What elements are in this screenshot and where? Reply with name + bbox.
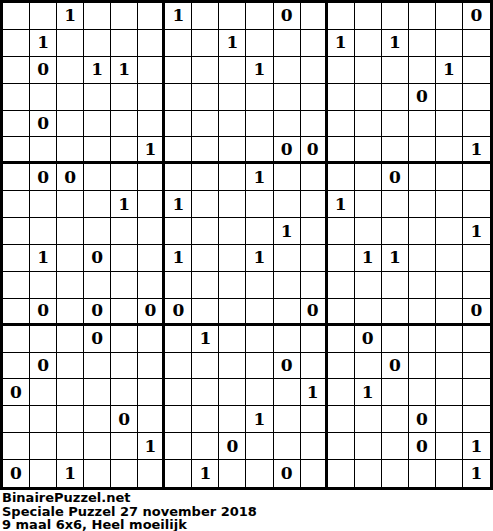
cell-r2-c12[interactable]: [328, 57, 355, 84]
cell-r4-c16[interactable]: [436, 111, 463, 138]
cell-r7-c13[interactable]: [355, 191, 382, 218]
cell-r16-c3[interactable]: [84, 433, 111, 460]
cell-r6-c15[interactable]: [409, 164, 436, 191]
cell-r13-c10-given: 0: [274, 353, 301, 380]
cell-r0-c15[interactable]: [409, 3, 436, 30]
cell-r12-c8[interactable]: [219, 326, 246, 353]
cell-r4-c7[interactable]: [192, 111, 219, 138]
cell-r7-c7[interactable]: [192, 191, 219, 218]
cell-r6-c16[interactable]: [436, 164, 463, 191]
cell-r10-c16[interactable]: [436, 272, 463, 299]
cell-r7-c15[interactable]: [409, 191, 436, 218]
cell-r8-c11[interactable]: [301, 218, 328, 245]
cell-r2-c14[interactable]: [382, 57, 409, 84]
cell-r10-c10[interactable]: [274, 272, 301, 299]
cell-r5-c3[interactable]: [84, 137, 111, 164]
cell-r15-c12[interactable]: [328, 406, 355, 433]
cell-r1-c5[interactable]: [138, 30, 165, 57]
cell-r15-c10[interactable]: [274, 406, 301, 433]
cell-r13-c13[interactable]: [355, 353, 382, 380]
cell-r16-c0[interactable]: [3, 433, 30, 460]
cell-r4-c5[interactable]: [138, 111, 165, 138]
cell-r11-c16[interactable]: [436, 299, 463, 326]
cell-r12-c7-given: 1: [192, 326, 219, 353]
cell-r11-c11-given: 0: [301, 299, 328, 326]
cell-r8-c4[interactable]: [111, 218, 138, 245]
cell-r15-c11[interactable]: [301, 406, 328, 433]
cell-r14-c11-given: 1: [301, 379, 328, 406]
cell-r14-c7[interactable]: [192, 379, 219, 406]
cell-r13-c2[interactable]: [57, 353, 84, 380]
cell-r14-c15[interactable]: [409, 379, 436, 406]
cell-r12-c13-given: 0: [355, 326, 382, 353]
cell-r2-c4-given: 1: [111, 57, 138, 84]
cell-r13-c15[interactable]: [409, 353, 436, 380]
cell-r17-c3[interactable]: [84, 460, 111, 487]
cell-r10-c6[interactable]: [165, 272, 192, 299]
cell-r14-c2[interactable]: [57, 379, 84, 406]
cell-r5-c12[interactable]: [328, 137, 355, 164]
cell-r15-c14[interactable]: [382, 406, 409, 433]
cell-r2-c2[interactable]: [57, 57, 84, 84]
cell-r13-c11[interactable]: [301, 353, 328, 380]
cell-r16-c4[interactable]: [111, 433, 138, 460]
cell-r13-c7[interactable]: [192, 353, 219, 380]
cell-r10-c1[interactable]: [30, 272, 57, 299]
cell-r14-c16[interactable]: [436, 379, 463, 406]
cell-r7-c5[interactable]: [138, 191, 165, 218]
cell-r12-c16[interactable]: [436, 326, 463, 353]
cell-r11-c2[interactable]: [57, 299, 84, 326]
cell-r16-c12[interactable]: [328, 433, 355, 460]
cell-r11-c1-given: 0: [30, 299, 57, 326]
cell-r4-c11[interactable]: [301, 111, 328, 138]
cell-r14-c4[interactable]: [111, 379, 138, 406]
cell-r3-c5[interactable]: [138, 84, 165, 111]
cell-r12-c17[interactable]: [463, 326, 490, 353]
cell-r8-c5[interactable]: [138, 218, 165, 245]
cell-r16-c14[interactable]: [382, 433, 409, 460]
cell-r0-c6-given: 1: [165, 3, 192, 30]
cell-r5-c0[interactable]: [3, 137, 30, 164]
cell-r1-c9[interactable]: [246, 30, 273, 57]
cell-r11-c9[interactable]: [246, 299, 273, 326]
cell-r15-c4-given: 0: [111, 406, 138, 433]
cell-r11-c0[interactable]: [3, 299, 30, 326]
cell-r13-c16[interactable]: [436, 353, 463, 380]
cell-r11-c8[interactable]: [219, 299, 246, 326]
cell-r3-c1[interactable]: [30, 84, 57, 111]
cell-r9-c4[interactable]: [111, 245, 138, 272]
cell-r7-c16[interactable]: [436, 191, 463, 218]
cell-r7-c0[interactable]: [3, 191, 30, 218]
cell-r1-c4[interactable]: [111, 30, 138, 57]
cell-r3-c13[interactable]: [355, 84, 382, 111]
cell-r11-c14[interactable]: [382, 299, 409, 326]
cell-r8-c10-given: 1: [274, 218, 301, 245]
cell-r2-c17[interactable]: [463, 57, 490, 84]
cell-r17-c14[interactable]: [382, 460, 409, 487]
cell-r9-c7[interactable]: [192, 245, 219, 272]
cell-r5-c4[interactable]: [111, 137, 138, 164]
cell-r2-c8[interactable]: [219, 57, 246, 84]
cell-r12-c12[interactable]: [328, 326, 355, 353]
cell-r6-c3[interactable]: [84, 164, 111, 191]
cell-r4-c2[interactable]: [57, 111, 84, 138]
cell-r0-c1[interactable]: [30, 3, 57, 30]
cell-r16-c7[interactable]: [192, 433, 219, 460]
cell-r0-c16[interactable]: [436, 3, 463, 30]
cell-r12-c6[interactable]: [165, 326, 192, 353]
cell-r8-c12[interactable]: [328, 218, 355, 245]
cell-r14-c17[interactable]: [463, 379, 490, 406]
cell-r9-c14-given: 1: [382, 245, 409, 272]
cell-r2-c1-given: 0: [30, 57, 57, 84]
cell-r8-c7[interactable]: [192, 218, 219, 245]
cell-r9-c12[interactable]: [328, 245, 355, 272]
cell-r13-c12[interactable]: [328, 353, 355, 380]
cell-r4-c1-given: 0: [30, 111, 57, 138]
cell-r12-c2[interactable]: [57, 326, 84, 353]
cell-r17-c12[interactable]: [328, 460, 355, 487]
cell-r6-c4[interactable]: [111, 164, 138, 191]
cell-r3-c12[interactable]: [328, 84, 355, 111]
cell-r6-c1-given: 0: [30, 164, 57, 191]
cell-r0-c0[interactable]: [3, 3, 30, 30]
cell-r7-c14[interactable]: [382, 191, 409, 218]
cell-r15-c0[interactable]: [3, 406, 30, 433]
cell-r6-c2-given: 0: [57, 164, 84, 191]
cell-r17-c5[interactable]: [138, 460, 165, 487]
cell-r15-c6[interactable]: [165, 406, 192, 433]
cell-r4-c8[interactable]: [219, 111, 246, 138]
cell-r4-c3[interactable]: [84, 111, 111, 138]
cell-r16-c6[interactable]: [165, 433, 192, 460]
cell-r8-c13[interactable]: [355, 218, 382, 245]
cell-r5-c14[interactable]: [382, 137, 409, 164]
cell-r3-c14[interactable]: [382, 84, 409, 111]
cell-r15-c2[interactable]: [57, 406, 84, 433]
cell-r1-c3[interactable]: [84, 30, 111, 57]
cell-r3-c9[interactable]: [246, 84, 273, 111]
cell-r1-c6[interactable]: [165, 30, 192, 57]
cell-r11-c3-given: 0: [84, 299, 111, 326]
cell-r10-c5[interactable]: [138, 272, 165, 299]
cell-r16-c11[interactable]: [301, 433, 328, 460]
cell-r7-c2[interactable]: [57, 191, 84, 218]
cell-r1-c12-given: 1: [328, 30, 355, 57]
cell-r1-c7[interactable]: [192, 30, 219, 57]
cell-r0-c4[interactable]: [111, 3, 138, 30]
cell-r17-c15[interactable]: [409, 460, 436, 487]
cell-r1-c13[interactable]: [355, 30, 382, 57]
cell-r17-c4[interactable]: [111, 460, 138, 487]
cell-r10-c9[interactable]: [246, 272, 273, 299]
cell-r4-c9[interactable]: [246, 111, 273, 138]
cell-r13-c5[interactable]: [138, 353, 165, 380]
cell-r8-c17-given: 1: [463, 218, 490, 245]
cell-r1-c0[interactable]: [3, 30, 30, 57]
cell-r7-c4-given: 1: [111, 191, 138, 218]
cell-r12-c1[interactable]: [30, 326, 57, 353]
cell-r3-c8[interactable]: [219, 84, 246, 111]
cell-r15-c7[interactable]: [192, 406, 219, 433]
cell-r15-c15-given: 0: [409, 406, 436, 433]
cell-r16-c8-given: 0: [219, 433, 246, 460]
cell-r9-c10[interactable]: [274, 245, 301, 272]
cell-r6-c13[interactable]: [355, 164, 382, 191]
cell-r8-c3[interactable]: [84, 218, 111, 245]
cell-r5-c8[interactable]: [219, 137, 246, 164]
cell-r1-c11[interactable]: [301, 30, 328, 57]
cell-r7-c11[interactable]: [301, 191, 328, 218]
cell-r4-c17[interactable]: [463, 111, 490, 138]
cell-r13-c0[interactable]: [3, 353, 30, 380]
cell-r2-c10[interactable]: [274, 57, 301, 84]
cell-r17-c13[interactable]: [355, 460, 382, 487]
cell-r5-c15[interactable]: [409, 137, 436, 164]
cell-r15-c16[interactable]: [436, 406, 463, 433]
cell-r0-c12[interactable]: [328, 3, 355, 30]
cell-r3-c3[interactable]: [84, 84, 111, 111]
puzzle-subtitle: Speciale Puzzel 27 november 2018: [2, 505, 493, 519]
cell-r0-c9[interactable]: [246, 3, 273, 30]
cell-r3-c17[interactable]: [463, 84, 490, 111]
cell-r14-c9[interactable]: [246, 379, 273, 406]
cell-r0-c14[interactable]: [382, 3, 409, 30]
cell-r2-c7[interactable]: [192, 57, 219, 84]
cell-r14-c3[interactable]: [84, 379, 111, 406]
cell-r11-c7[interactable]: [192, 299, 219, 326]
cell-r11-c12[interactable]: [328, 299, 355, 326]
cell-r8-c2[interactable]: [57, 218, 84, 245]
cell-r7-c9[interactable]: [246, 191, 273, 218]
cell-r3-c6[interactable]: [165, 84, 192, 111]
cell-r12-c4[interactable]: [111, 326, 138, 353]
cell-r10-c15[interactable]: [409, 272, 436, 299]
cell-r10-c4[interactable]: [111, 272, 138, 299]
cell-r10-c2[interactable]: [57, 272, 84, 299]
cell-r16-c2[interactable]: [57, 433, 84, 460]
cell-r15-c8[interactable]: [219, 406, 246, 433]
cell-r4-c0[interactable]: [3, 111, 30, 138]
cell-r3-c2[interactable]: [57, 84, 84, 111]
cell-r8-c0[interactable]: [3, 218, 30, 245]
cell-r10-c11[interactable]: [301, 272, 328, 299]
cell-r13-c3[interactable]: [84, 353, 111, 380]
cell-r10-c8[interactable]: [219, 272, 246, 299]
cell-r12-c0[interactable]: [3, 326, 30, 353]
cell-r1-c14-given: 1: [382, 30, 409, 57]
cell-r11-c6-given: 0: [165, 299, 192, 326]
cell-r9-c16[interactable]: [436, 245, 463, 272]
cell-r5-c6[interactable]: [165, 137, 192, 164]
cell-r1-c16[interactable]: [436, 30, 463, 57]
cell-r2-c15[interactable]: [409, 57, 436, 84]
cell-r12-c15[interactable]: [409, 326, 436, 353]
cell-r9-c15[interactable]: [409, 245, 436, 272]
cell-r1-c15[interactable]: [409, 30, 436, 57]
cell-r12-c10[interactable]: [274, 326, 301, 353]
cell-r6-c17[interactable]: [463, 164, 490, 191]
cell-r8-c1[interactable]: [30, 218, 57, 245]
cell-r9-c11[interactable]: [301, 245, 328, 272]
cell-r14-c1[interactable]: [30, 379, 57, 406]
cell-r0-c3[interactable]: [84, 3, 111, 30]
cell-r15-c5[interactable]: [138, 406, 165, 433]
cell-r13-c6[interactable]: [165, 353, 192, 380]
cell-r16-c9[interactable]: [246, 433, 273, 460]
cell-r6-c8[interactable]: [219, 164, 246, 191]
cell-r13-c4[interactable]: [111, 353, 138, 380]
cell-r8-c14[interactable]: [382, 218, 409, 245]
cell-r6-c10[interactable]: [274, 164, 301, 191]
cell-r11-c4[interactable]: [111, 299, 138, 326]
cell-r3-c7[interactable]: [192, 84, 219, 111]
cell-r14-c5[interactable]: [138, 379, 165, 406]
cell-r8-c16[interactable]: [436, 218, 463, 245]
cell-r15-c17[interactable]: [463, 406, 490, 433]
cell-r7-c6-given: 1: [165, 191, 192, 218]
cell-r8-c9[interactable]: [246, 218, 273, 245]
cell-r4-c4[interactable]: [111, 111, 138, 138]
cell-r9-c8[interactable]: [219, 245, 246, 272]
cell-r6-c6[interactable]: [165, 164, 192, 191]
cell-r12-c9[interactable]: [246, 326, 273, 353]
cell-r1-c2[interactable]: [57, 30, 84, 57]
cell-r4-c6[interactable]: [165, 111, 192, 138]
cell-r3-c11[interactable]: [301, 84, 328, 111]
cell-r3-c0[interactable]: [3, 84, 30, 111]
cell-r8-c15[interactable]: [409, 218, 436, 245]
cell-r9-c17[interactable]: [463, 245, 490, 272]
cell-r5-c13[interactable]: [355, 137, 382, 164]
cell-r17-c8[interactable]: [219, 460, 246, 487]
cell-r6-c0[interactable]: [3, 164, 30, 191]
cell-r2-c11[interactable]: [301, 57, 328, 84]
cell-r10-c12[interactable]: [328, 272, 355, 299]
cell-r17-c6[interactable]: [165, 460, 192, 487]
cell-r6-c12[interactable]: [328, 164, 355, 191]
cell-r7-c8[interactable]: [219, 191, 246, 218]
cell-r11-c5-given: 0: [138, 299, 165, 326]
cell-r14-c6[interactable]: [165, 379, 192, 406]
cell-r9-c5[interactable]: [138, 245, 165, 272]
cell-r12-c14[interactable]: [382, 326, 409, 353]
cell-r5-c2[interactable]: [57, 137, 84, 164]
cell-r16-c10[interactable]: [274, 433, 301, 460]
cell-r2-c6[interactable]: [165, 57, 192, 84]
cell-r4-c14[interactable]: [382, 111, 409, 138]
cell-r7-c17[interactable]: [463, 191, 490, 218]
cell-r0-c13[interactable]: [355, 3, 382, 30]
cell-r10-c7[interactable]: [192, 272, 219, 299]
cell-r15-c13[interactable]: [355, 406, 382, 433]
cell-r14-c8[interactable]: [219, 379, 246, 406]
cell-r15-c3[interactable]: [84, 406, 111, 433]
cell-r17-c1[interactable]: [30, 460, 57, 487]
cell-r17-c11[interactable]: [301, 460, 328, 487]
cell-r8-c6[interactable]: [165, 218, 192, 245]
cell-r2-c5[interactable]: [138, 57, 165, 84]
cell-r12-c11[interactable]: [301, 326, 328, 353]
cell-r3-c10[interactable]: [274, 84, 301, 111]
cell-r10-c14[interactable]: [382, 272, 409, 299]
cell-r0-c5[interactable]: [138, 3, 165, 30]
cell-r0-c11[interactable]: [301, 3, 328, 30]
cell-r14-c12[interactable]: [328, 379, 355, 406]
cell-r10-c3[interactable]: [84, 272, 111, 299]
cell-r10-c0[interactable]: [3, 272, 30, 299]
cell-r12-c5[interactable]: [138, 326, 165, 353]
cell-r1-c10[interactable]: [274, 30, 301, 57]
cell-r2-c13[interactable]: [355, 57, 382, 84]
cell-r14-c14[interactable]: [382, 379, 409, 406]
cell-r1-c8-given: 1: [219, 30, 246, 57]
cell-r17-c9[interactable]: [246, 460, 273, 487]
cell-r11-c10[interactable]: [274, 299, 301, 326]
cell-r3-c4[interactable]: [111, 84, 138, 111]
cell-r14-c10[interactable]: [274, 379, 301, 406]
cell-r5-c7[interactable]: [192, 137, 219, 164]
cell-r1-c17[interactable]: [463, 30, 490, 57]
cell-r6-c7[interactable]: [192, 164, 219, 191]
cell-r13-c8[interactable]: [219, 353, 246, 380]
cell-r5-c17-given: 1: [463, 137, 490, 164]
cell-r7-c1[interactable]: [30, 191, 57, 218]
cell-r11-c13[interactable]: [355, 299, 382, 326]
cell-r5-c1[interactable]: [30, 137, 57, 164]
cell-r0-c10-given: 0: [274, 3, 301, 30]
cell-r9-c0[interactable]: [3, 245, 30, 272]
caption: BinairePuzzel.net Speciale Puzzel 27 nov…: [0, 490, 493, 531]
cell-r13-c9[interactable]: [246, 353, 273, 380]
cell-r16-c13[interactable]: [355, 433, 382, 460]
cell-r9-c9-given: 1: [246, 245, 273, 272]
cell-r17-c16[interactable]: [436, 460, 463, 487]
cell-r10-c13[interactable]: [355, 272, 382, 299]
cell-r11-c15[interactable]: [409, 299, 436, 326]
cell-r15-c1[interactable]: [30, 406, 57, 433]
cell-r16-c17-given: 1: [463, 433, 490, 460]
cell-r4-c10[interactable]: [274, 111, 301, 138]
cell-r9-c2[interactable]: [57, 245, 84, 272]
cell-r0-c7[interactable]: [192, 3, 219, 30]
cell-r4-c13[interactable]: [355, 111, 382, 138]
cell-r12-c3-given: 0: [84, 326, 111, 353]
cell-r17-c7-given: 1: [192, 460, 219, 487]
cell-r2-c0[interactable]: [3, 57, 30, 84]
cell-r6-c5[interactable]: [138, 164, 165, 191]
cell-r3-c16[interactable]: [436, 84, 463, 111]
cell-r4-c12[interactable]: [328, 111, 355, 138]
cell-r16-c16[interactable]: [436, 433, 463, 460]
cell-r6-c11[interactable]: [301, 164, 328, 191]
cell-r10-c17[interactable]: [463, 272, 490, 299]
cell-r5-c16[interactable]: [436, 137, 463, 164]
cell-r2-c16-given: 1: [436, 57, 463, 84]
cell-r13-c17[interactable]: [463, 353, 490, 380]
cell-r16-c1[interactable]: [30, 433, 57, 460]
cell-r5-c10-given: 0: [274, 137, 301, 164]
cell-r7-c3[interactable]: [84, 191, 111, 218]
cell-r5-c9[interactable]: [246, 137, 273, 164]
cell-r0-c8[interactable]: [219, 3, 246, 30]
cell-r4-c15[interactable]: [409, 111, 436, 138]
puzzle-difficulty: 9 maal 6x6, Heel moeilijk: [2, 518, 493, 531]
cell-r7-c10[interactable]: [274, 191, 301, 218]
cell-r8-c8[interactable]: [219, 218, 246, 245]
